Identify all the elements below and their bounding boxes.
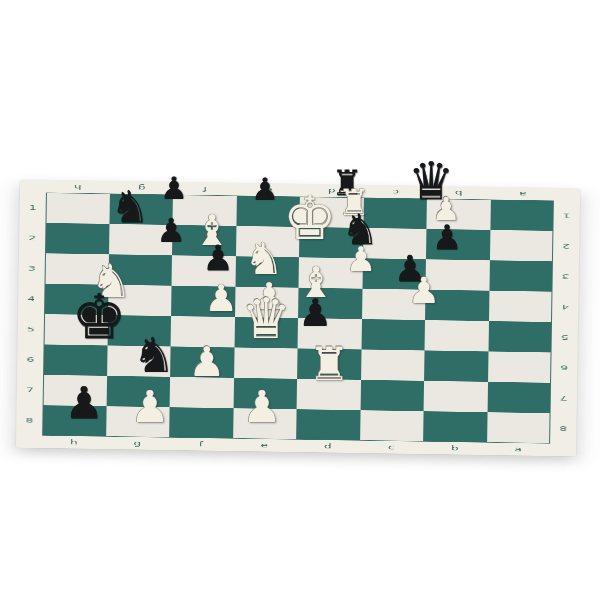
piece-black-pawn-f4[interactable]: ♟ xyxy=(202,241,233,276)
piece-black-knight-h2[interactable]: ♞ xyxy=(110,185,149,229)
piece-white-queen-e6[interactable]: ♛ xyxy=(241,291,291,347)
piece-white-pawn-b5[interactable]: ♟ xyxy=(408,273,440,309)
piece-white-rook-d7[interactable]: ♜ xyxy=(308,341,349,387)
piece-black-pawn-h8[interactable]: ♟ xyxy=(64,381,103,425)
board-photo: hgfedcba1122334455667788hgfedcba ♜♟♟♛♜♟♞… xyxy=(0,0,600,600)
piece-black-pawn-g1[interactable]: ♟ xyxy=(160,173,188,204)
piece-black-pawn-g3[interactable]: ♟ xyxy=(156,214,186,247)
piece-black-king-h6[interactable]: ♚ xyxy=(71,286,127,348)
piece-black-pawn-e1[interactable]: ♟ xyxy=(251,174,279,205)
piece-white-pawn-f5[interactable]: ♟ xyxy=(204,280,237,317)
pieces-layer: ♜♟♟♛♜♟♞♚♟♞♝♟♟♟♞♟♞♝♟♟♟♟♛♚♞♟♜♟♟♟ xyxy=(0,0,600,600)
piece-white-pawn-f7[interactable]: ♟ xyxy=(189,342,226,383)
piece-white-king-d3[interactable]: ♚ xyxy=(283,188,337,248)
piece-black-pawn-a3[interactable]: ♟ xyxy=(432,220,462,254)
piece-white-pawn-e8[interactable]: ♟ xyxy=(242,385,281,429)
piece-black-pawn-d6[interactable]: ♟ xyxy=(298,294,332,332)
piece-white-pawn-c4[interactable]: ♟ xyxy=(346,242,376,276)
piece-white-pawn-g8[interactable]: ♟ xyxy=(130,385,169,429)
piece-black-knight-g7[interactable]: ♞ xyxy=(132,331,175,379)
